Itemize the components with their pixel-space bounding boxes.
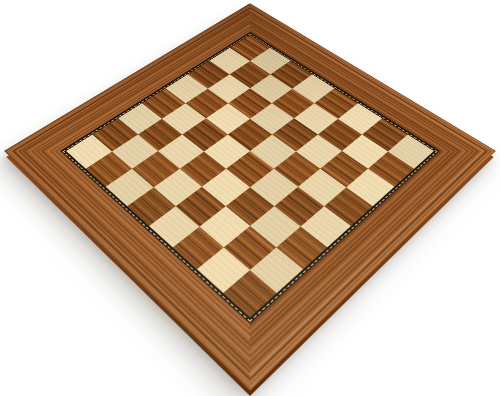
board-square xyxy=(250,247,303,293)
chess-board xyxy=(4,3,496,391)
board-square xyxy=(324,187,373,226)
board-square xyxy=(176,187,225,226)
perspective-scene xyxy=(0,0,500,396)
board-square xyxy=(200,206,250,247)
board-square xyxy=(250,168,298,205)
board-square xyxy=(172,226,224,269)
board-square xyxy=(132,151,179,187)
board-square xyxy=(274,151,321,187)
board-square xyxy=(224,226,276,269)
product-photo-canvas xyxy=(0,0,500,396)
board-square xyxy=(179,151,226,187)
board-square xyxy=(202,168,250,205)
board-square xyxy=(127,187,176,226)
board-square xyxy=(276,226,328,269)
board-square xyxy=(346,168,394,205)
board-square xyxy=(298,168,346,205)
board-square xyxy=(225,187,274,226)
inlay-border xyxy=(60,32,439,324)
board-square xyxy=(275,187,324,226)
board-square xyxy=(300,206,350,247)
board-square xyxy=(154,168,202,205)
board-square xyxy=(226,151,273,187)
playing-field xyxy=(66,35,434,317)
board-square xyxy=(106,168,154,205)
board-frame-bottom xyxy=(4,131,286,392)
board-square xyxy=(223,269,277,317)
board-surface xyxy=(4,3,496,391)
board-square xyxy=(149,206,199,247)
board-square xyxy=(197,247,250,293)
board-square xyxy=(85,151,132,187)
board-square xyxy=(321,151,368,187)
board-square xyxy=(368,151,415,187)
board-frame-right xyxy=(214,131,496,392)
board-square xyxy=(250,206,300,247)
